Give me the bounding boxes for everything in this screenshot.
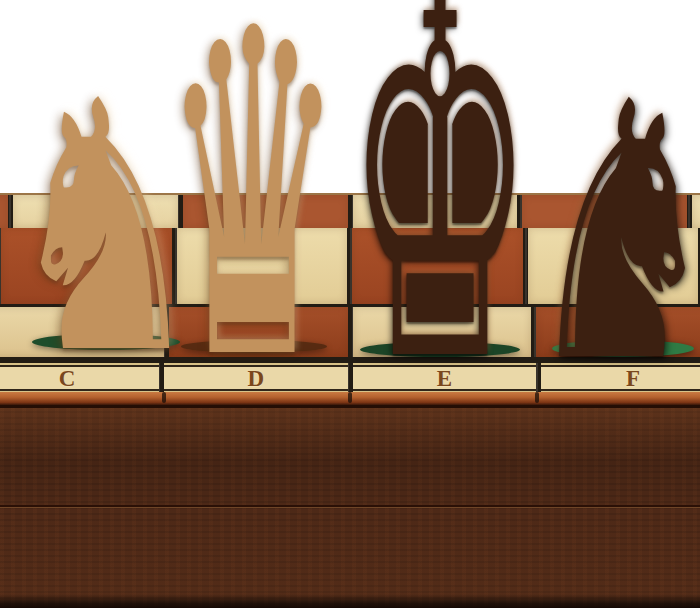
- chess-set-photo: A B C D E F G H ♞ ♛ ♚ ♞: [0, 0, 700, 608]
- white-queen-d1[interactable]: ♛: [162, 0, 344, 421]
- box-lid-seam: [0, 505, 700, 508]
- black-king-e1[interactable]: ♚: [346, 0, 534, 431]
- box-bottom-shadow: [0, 594, 700, 608]
- black-knight-f1[interactable]: ♞: [523, 56, 700, 411]
